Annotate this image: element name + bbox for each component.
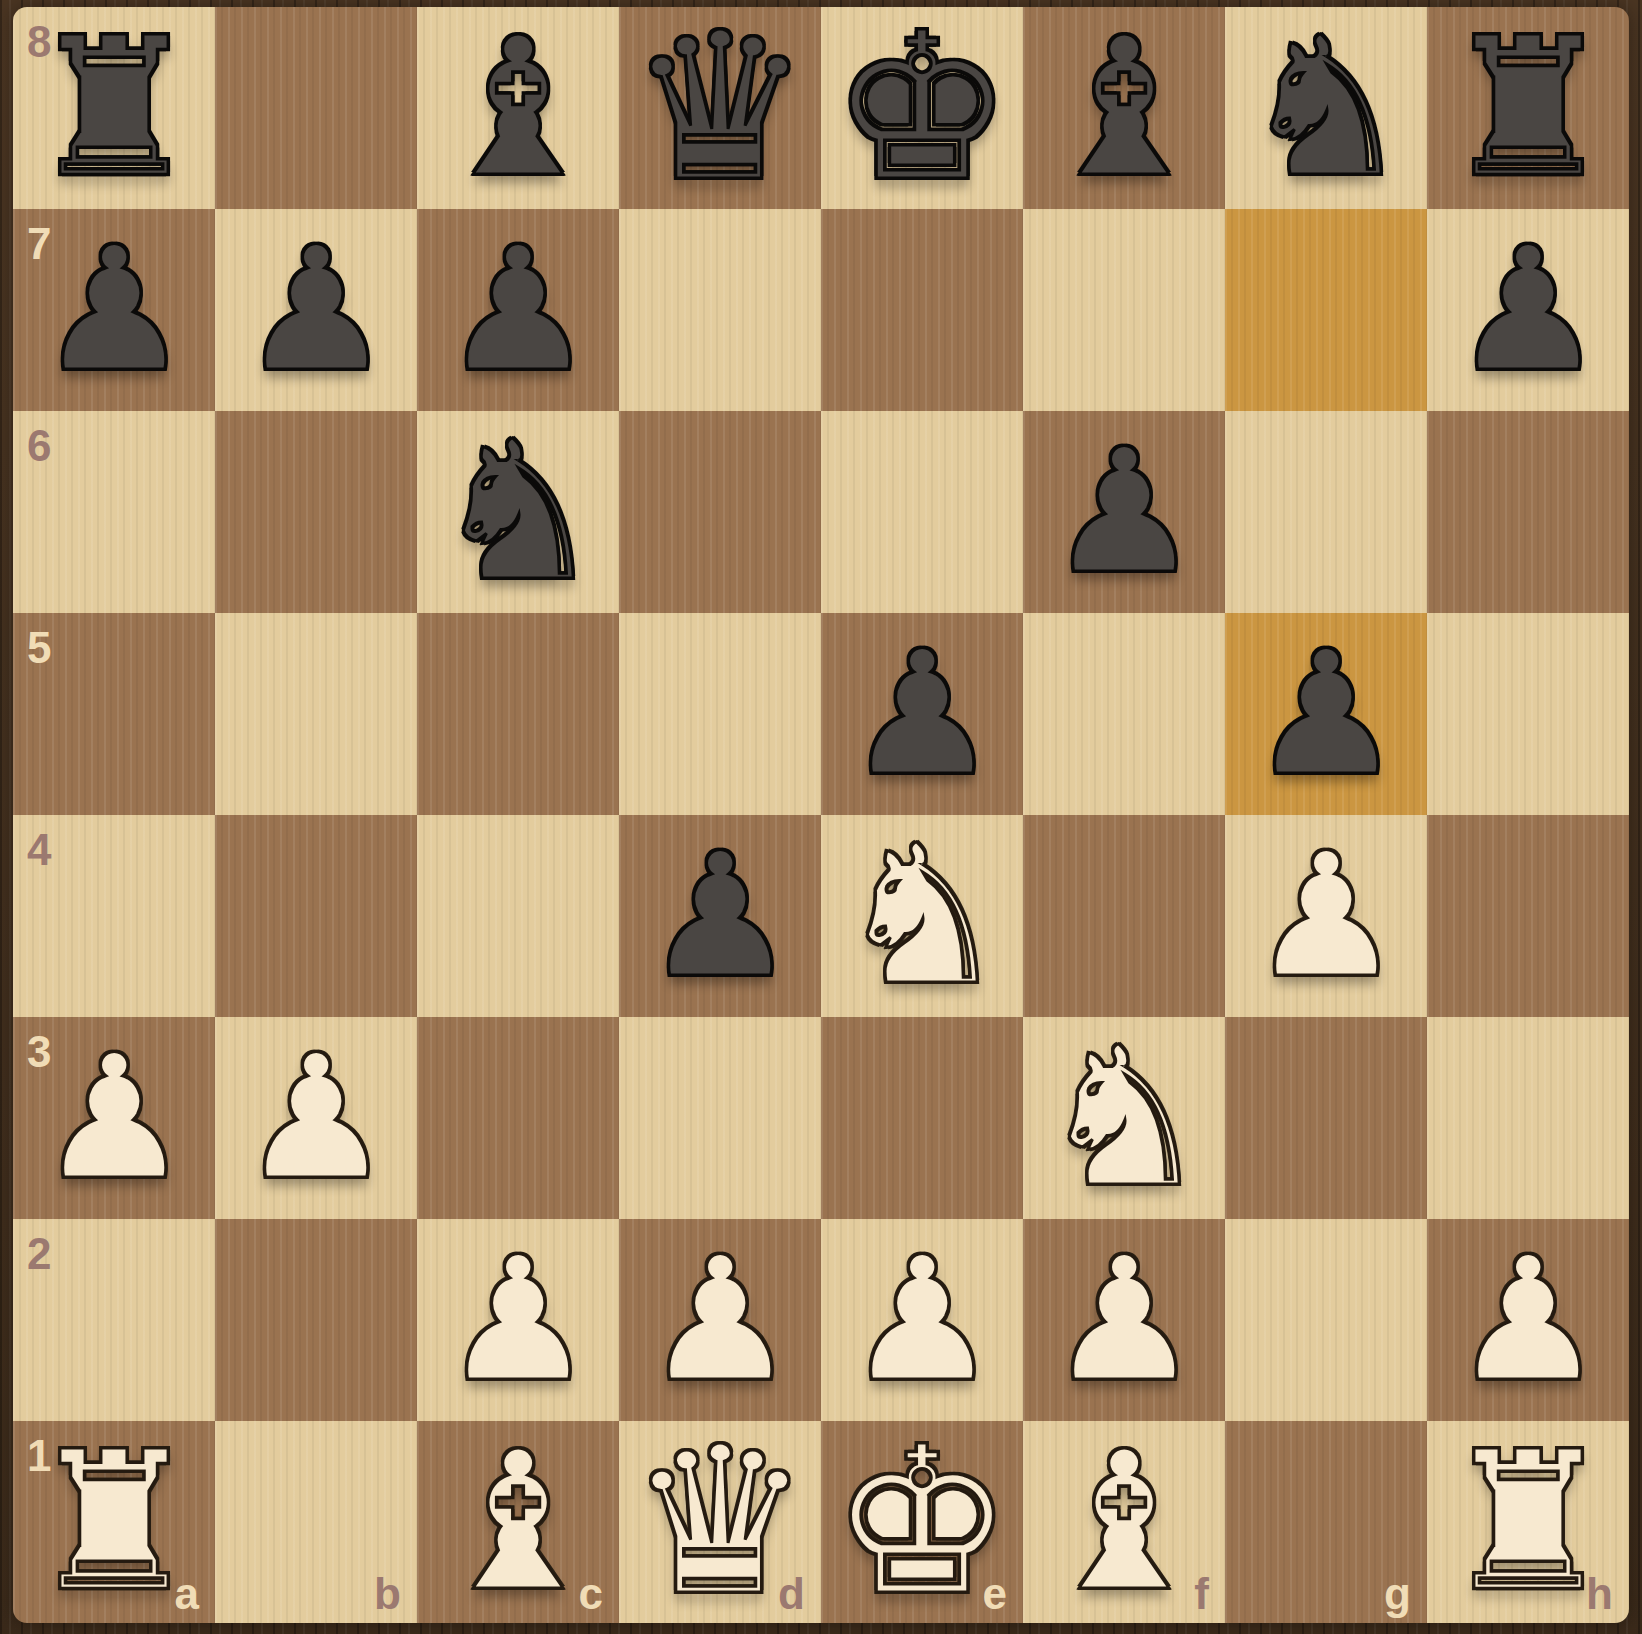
piece-black-pawn[interactable]: ♟ bbox=[1249, 628, 1403, 800]
piece-black-pawn[interactable]: ♟ bbox=[37, 224, 191, 396]
square-d5[interactable] bbox=[619, 613, 821, 815]
square-g8[interactable]: ♞ bbox=[1225, 7, 1427, 209]
square-b1[interactable]: b bbox=[215, 1421, 417, 1623]
square-a3[interactable]: 3♟ bbox=[13, 1017, 215, 1219]
piece-black-bishop[interactable]: ♝ bbox=[432, 12, 604, 204]
square-d8[interactable]: ♛ bbox=[619, 7, 821, 209]
piece-white-pawn[interactable]: ♟ bbox=[1451, 1234, 1605, 1406]
square-c6[interactable]: ♞ bbox=[417, 411, 619, 613]
square-a1[interactable]: 1a♜ bbox=[13, 1421, 215, 1623]
square-g1[interactable]: g bbox=[1225, 1421, 1427, 1623]
piece-black-king[interactable]: ♚ bbox=[831, 7, 1014, 210]
square-b7[interactable]: ♟ bbox=[215, 209, 417, 411]
square-e5[interactable]: ♟ bbox=[821, 613, 1023, 815]
square-e3[interactable] bbox=[821, 1017, 1023, 1219]
piece-white-pawn[interactable]: ♟ bbox=[1047, 1234, 1201, 1406]
piece-black-rook[interactable]: ♜ bbox=[28, 12, 200, 204]
piece-white-rook[interactable]: ♜ bbox=[28, 1426, 200, 1618]
file-label-b: b bbox=[374, 1569, 401, 1619]
rank-label-4: 4 bbox=[27, 825, 51, 875]
piece-white-pawn[interactable]: ♟ bbox=[643, 1234, 797, 1406]
piece-black-rook[interactable]: ♜ bbox=[1442, 12, 1614, 204]
square-c3[interactable] bbox=[417, 1017, 619, 1219]
square-a8[interactable]: 8♜ bbox=[13, 7, 215, 209]
square-c7[interactable]: ♟ bbox=[417, 209, 619, 411]
file-label-g: g bbox=[1384, 1569, 1411, 1619]
square-d7[interactable] bbox=[619, 209, 821, 411]
piece-black-knight[interactable]: ♞ bbox=[432, 416, 604, 608]
piece-black-pawn[interactable]: ♟ bbox=[441, 224, 595, 396]
square-h5[interactable] bbox=[1427, 613, 1629, 815]
square-c8[interactable]: ♝ bbox=[417, 7, 619, 209]
piece-black-pawn[interactable]: ♟ bbox=[845, 628, 999, 800]
square-h7[interactable]: ♟ bbox=[1427, 209, 1629, 411]
square-b5[interactable] bbox=[215, 613, 417, 815]
rank-label-2: 2 bbox=[27, 1229, 51, 1279]
piece-white-king[interactable]: ♚ bbox=[831, 1420, 1014, 1623]
square-h3[interactable] bbox=[1427, 1017, 1629, 1219]
square-a6[interactable]: 6 bbox=[13, 411, 215, 613]
square-e4[interactable]: ♞ bbox=[821, 815, 1023, 1017]
square-h6[interactable] bbox=[1427, 411, 1629, 613]
square-d4[interactable]: ♟ bbox=[619, 815, 821, 1017]
square-b2[interactable] bbox=[215, 1219, 417, 1421]
square-e2[interactable]: ♟ bbox=[821, 1219, 1023, 1421]
square-f3[interactable]: ♞ bbox=[1023, 1017, 1225, 1219]
square-d3[interactable] bbox=[619, 1017, 821, 1219]
piece-white-rook[interactable]: ♜ bbox=[1442, 1426, 1614, 1618]
square-d1[interactable]: d♛ bbox=[619, 1421, 821, 1623]
square-a2[interactable]: 2 bbox=[13, 1219, 215, 1421]
piece-black-knight[interactable]: ♞ bbox=[1240, 12, 1412, 204]
square-a7[interactable]: 7♟ bbox=[13, 209, 215, 411]
square-d6[interactable] bbox=[619, 411, 821, 613]
square-a4[interactable]: 4 bbox=[13, 815, 215, 1017]
piece-white-bishop[interactable]: ♝ bbox=[1038, 1426, 1210, 1618]
square-f7[interactable] bbox=[1023, 209, 1225, 411]
piece-white-queen[interactable]: ♛ bbox=[629, 1420, 812, 1623]
piece-black-pawn[interactable]: ♟ bbox=[1451, 224, 1605, 396]
square-b6[interactable] bbox=[215, 411, 417, 613]
piece-white-pawn[interactable]: ♟ bbox=[1249, 830, 1403, 1002]
piece-black-bishop[interactable]: ♝ bbox=[1038, 12, 1210, 204]
square-c1[interactable]: c♝ bbox=[417, 1421, 619, 1623]
piece-black-queen[interactable]: ♛ bbox=[629, 7, 812, 210]
piece-white-pawn[interactable]: ♟ bbox=[441, 1234, 595, 1406]
piece-white-bishop[interactable]: ♝ bbox=[432, 1426, 604, 1618]
square-f6[interactable]: ♟ bbox=[1023, 411, 1225, 613]
piece-white-knight[interactable]: ♞ bbox=[1038, 1022, 1210, 1214]
square-e7[interactable] bbox=[821, 209, 1023, 411]
piece-white-pawn[interactable]: ♟ bbox=[239, 1032, 393, 1204]
board: 8♜♝♛♚♝♞♜7♟♟♟♟6♞♟5♟♟4♟♞♟3♟♟♞2♟♟♟♟♟1a♜bc♝d… bbox=[13, 7, 1629, 1623]
piece-black-pawn[interactable]: ♟ bbox=[1047, 426, 1201, 598]
square-h1[interactable]: h♜ bbox=[1427, 1421, 1629, 1623]
piece-black-pawn[interactable]: ♟ bbox=[239, 224, 393, 396]
square-h2[interactable]: ♟ bbox=[1427, 1219, 1629, 1421]
rank-label-6: 6 bbox=[27, 421, 51, 471]
square-g4[interactable]: ♟ bbox=[1225, 815, 1427, 1017]
square-g7[interactable] bbox=[1225, 209, 1427, 411]
square-g5[interactable]: ♟ bbox=[1225, 613, 1427, 815]
square-c4[interactable] bbox=[417, 815, 619, 1017]
square-d2[interactable]: ♟ bbox=[619, 1219, 821, 1421]
square-g6[interactable] bbox=[1225, 411, 1427, 613]
square-g2[interactable] bbox=[1225, 1219, 1427, 1421]
square-f5[interactable] bbox=[1023, 613, 1225, 815]
piece-white-pawn[interactable]: ♟ bbox=[37, 1032, 191, 1204]
square-f8[interactable]: ♝ bbox=[1023, 7, 1225, 209]
square-e1[interactable]: e♚ bbox=[821, 1421, 1023, 1623]
square-f1[interactable]: f♝ bbox=[1023, 1421, 1225, 1623]
square-b4[interactable] bbox=[215, 815, 417, 1017]
square-b8[interactable] bbox=[215, 7, 417, 209]
square-e6[interactable] bbox=[821, 411, 1023, 613]
piece-white-knight[interactable]: ♞ bbox=[836, 820, 1008, 1012]
piece-white-pawn[interactable]: ♟ bbox=[845, 1234, 999, 1406]
app-background: { "game": "chess", "view": { "orientatio… bbox=[0, 0, 1642, 1634]
square-h8[interactable]: ♜ bbox=[1427, 7, 1629, 209]
square-f2[interactable]: ♟ bbox=[1023, 1219, 1225, 1421]
square-c2[interactable]: ♟ bbox=[417, 1219, 619, 1421]
square-b3[interactable]: ♟ bbox=[215, 1017, 417, 1219]
rank-label-5: 5 bbox=[27, 623, 51, 673]
square-e8[interactable]: ♚ bbox=[821, 7, 1023, 209]
square-g3[interactable] bbox=[1225, 1017, 1427, 1219]
square-a5[interactable]: 5 bbox=[13, 613, 215, 815]
square-h4[interactable] bbox=[1427, 815, 1629, 1017]
square-f4[interactable] bbox=[1023, 815, 1225, 1017]
square-c5[interactable] bbox=[417, 613, 619, 815]
piece-black-pawn[interactable]: ♟ bbox=[643, 830, 797, 1002]
